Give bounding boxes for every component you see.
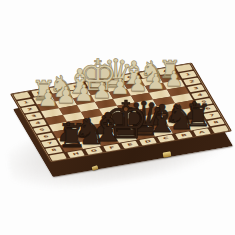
- piece-white-pawn-a2[interactable]: ♟: [165, 67, 184, 88]
- piece-black-rook-h8[interactable]: ♜: [57, 120, 86, 153]
- piece-white-pawn-f2[interactable]: ♟: [74, 82, 94, 105]
- piece-white-pawn-g2[interactable]: ♟: [56, 85, 76, 108]
- border-corner-tile: [209, 124, 231, 134]
- chess-set-photo: HGFEDCBA1122334455667788HGFEDCBA ♜♞♝♛♚♝♞…: [0, 0, 235, 235]
- piece-white-pawn-h2[interactable]: ♟: [38, 87, 59, 110]
- piece-white-pawn-b2[interactable]: ♟: [146, 70, 165, 92]
